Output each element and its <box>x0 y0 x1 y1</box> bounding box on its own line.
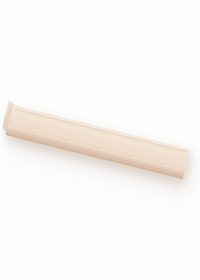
product-photo-scene <box>0 0 200 280</box>
mancala-board <box>5 104 190 179</box>
